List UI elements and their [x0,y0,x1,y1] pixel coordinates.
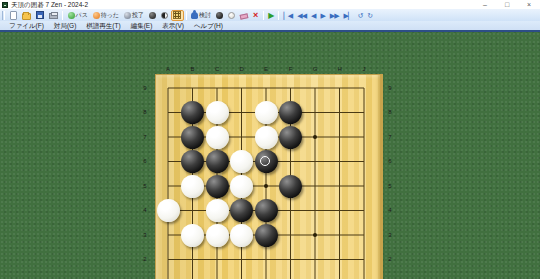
board-cell-G5[interactable] [303,174,328,199]
game-area: ABCDEFGHJ ABCDEFGHJ 987654321 987654321 … [0,32,540,279]
board-cell-J8[interactable] [352,100,377,125]
row-label-2: 2 [384,247,396,272]
board-cell-G7[interactable] [303,125,328,150]
board-cell-A8[interactable] [156,100,181,125]
board-cell-H4[interactable] [327,198,352,223]
row-label-4: 4 [139,198,151,223]
board-cell-D2[interactable] [229,247,254,272]
board-cell-A6[interactable] [156,149,181,174]
board-cell-E7[interactable]: ○ [254,125,279,150]
col-label-B: B [180,65,205,73]
row-label-3: 3 [139,223,151,248]
board-cell-F7[interactable]: ● [278,125,303,150]
menu-edit[interactable]: 編集(E) [126,21,158,30]
estimate-icon [161,12,168,19]
board-cell-J6[interactable] [352,149,377,174]
board-cell-D5[interactable]: ○ [229,174,254,199]
board-cell-E1[interactable] [254,272,279,279]
last-move-marker [260,156,270,166]
row-label-3: 3 [384,223,396,248]
board-cell-C8[interactable]: ○ [205,100,230,125]
board-cell-H8[interactable] [327,100,352,125]
black-stone-E6: ● [255,150,278,173]
rotate-right-icon: ↻ [367,11,372,20]
pass-button[interactable]: パス [65,10,90,21]
row-label-5: 5 [384,174,396,199]
board-cell-J2[interactable] [352,247,377,272]
board-cell-A4[interactable]: ○ [156,198,181,223]
toolbar-separator [186,11,187,20]
board-cell-B3[interactable]: ○ [180,223,205,248]
row-label-1: 1 [384,272,396,279]
board-cell-B5[interactable]: ○ [180,174,205,199]
open-file-icon [22,13,31,20]
analyze-button-label: 検討 [199,11,211,20]
board-cell-H3[interactable] [327,223,352,248]
save-file-icon [36,11,44,19]
white-stone-E8: ○ [255,101,278,124]
estimate-button[interactable] [159,10,171,21]
board-cell-J5[interactable] [352,174,377,199]
row-label-9: 9 [139,76,151,101]
black-stone-button[interactable] [214,10,226,21]
board-cell-G1[interactable] [303,272,328,279]
row-label-8: 8 [139,100,151,125]
board-cell-C6[interactable]: ● [205,149,230,174]
black-stone-D4: ● [230,199,253,222]
fast-forward-icon: ▶▶ [330,11,339,20]
analyze-icon [191,12,198,19]
board-cell-F5[interactable]: ● [278,174,303,199]
board-cell-B6[interactable]: ● [180,149,205,174]
board-cell-A1[interactable] [156,272,181,279]
col-label-F: F [278,65,303,73]
maximize-button[interactable]: □ [496,0,518,9]
last-move-button[interactable]: ▶▏ [341,10,355,21]
fast-back-icon: ◀◀ [297,11,306,20]
board-cell-C1[interactable] [205,272,230,279]
black-stone-B6: ● [181,150,204,173]
board-cell-A9[interactable] [156,76,181,101]
white-stone-B5: ○ [181,175,204,198]
new-game-button[interactable] [7,10,19,21]
board-cell-G9[interactable] [303,76,328,101]
first-move-button[interactable]: ▏◀ [281,10,295,21]
save-file-button[interactable] [33,10,46,21]
col-label-C: C [205,65,230,73]
board-mode-icon [173,11,181,19]
board-cell-B2[interactable] [180,247,205,272]
board-cell-E5[interactable] [254,174,279,199]
fast-forward-button[interactable]: ▶▶ [327,10,341,21]
row-label-1: 1 [139,272,151,279]
board-cell-C7[interactable]: ○ [205,125,230,150]
first-move-icon: ▏◀ [283,11,292,20]
white-stone-icon [228,12,235,19]
row-labels-right: 987654321 [384,76,396,279]
black-stone-B7: ● [181,126,204,149]
app-icon [2,2,8,8]
white-stone-D6: ○ [230,150,253,173]
back-icon: ◀ [311,11,315,20]
row-label-8: 8 [384,100,396,125]
window-controls: – □ × [474,0,540,9]
col-label-E: E [254,65,279,73]
hint-button[interactable] [147,10,159,21]
pass-icon [68,12,75,19]
white-stone-D5: ○ [230,175,253,198]
board-cell-J7[interactable] [352,125,377,150]
board-cell-F9[interactable] [278,76,303,101]
board-cell-E2[interactable] [254,247,279,272]
board-cell-A7[interactable] [156,125,181,150]
row-label-2: 2 [139,247,151,272]
eraser-icon [240,13,249,20]
rotate-left-button[interactable]: ↺ [355,10,365,21]
board-cell-J9[interactable] [352,76,377,101]
board-cell-F6[interactable] [278,149,303,174]
board-cell-C5[interactable]: ● [205,174,230,199]
white-stone-button[interactable] [226,10,238,21]
board-cell-E6[interactable]: ● [254,149,279,174]
row-label-7: 7 [139,125,151,150]
board-cell-D9[interactable] [229,76,254,101]
col-label-G: G [303,65,328,73]
toolbar-grip [2,11,5,20]
last-move-icon: ▶▏ [344,11,353,20]
row-label-6: 6 [384,149,396,174]
board-cell-G2[interactable] [303,247,328,272]
board-cell-H6[interactable] [327,149,352,174]
undo-button-label: 待った [101,11,119,20]
black-stone-E4: ● [255,199,278,222]
white-stone-C8: ○ [206,101,229,124]
board-cell-F2[interactable] [278,247,303,272]
rotate-right-button[interactable]: ↻ [365,10,375,21]
board-cell-F8[interactable]: ● [278,100,303,125]
board-cell-H2[interactable] [327,247,352,272]
board-cell-D6[interactable]: ○ [229,149,254,174]
board-cell-D7[interactable] [229,125,254,150]
black-stone-C5: ● [206,175,229,198]
board-cell-H1[interactable] [327,272,352,279]
new-game-icon [10,11,17,20]
eraser-button[interactable] [238,10,251,21]
board-cell-H5[interactable] [327,174,352,199]
analyze-button[interactable]: 検討 [189,10,214,21]
undo-button[interactable]: 待った [90,10,121,21]
undo-icon [93,12,100,19]
window-title: 天頂の囲碁 7 Zen - 2024-2 [11,0,88,9]
board-cell-J4[interactable] [352,198,377,223]
resign-icon [124,12,131,19]
menu-replay[interactable]: 棋譜再生(T) [81,21,125,30]
black-stone-icon [216,12,223,19]
black-stone-F5: ● [279,175,302,198]
col-label-D: D [229,65,254,73]
white-stone-E7: ○ [255,126,278,149]
row-label-6: 6 [139,149,151,174]
board-cells: ●○○●●○○●●●○●○●○●○○●●○○○● [156,76,377,279]
forward-button[interactable]: ▶ [318,10,327,21]
board-cell-F1[interactable] [278,272,303,279]
toolbar-separator [263,11,264,20]
board-cell-E8[interactable]: ○ [254,100,279,125]
play-button[interactable]: ▶ [266,10,276,21]
black-stone-F7: ● [279,126,302,149]
toolbar: パス待った投了検討×▶▏◀◀◀◀▶▶▶▶▏↺↻ [0,9,540,21]
row-label-7: 7 [384,125,396,150]
board-cell-C2[interactable] [205,247,230,272]
close-button[interactable]: × [518,0,540,9]
board-cell-B8[interactable]: ● [180,100,205,125]
board-cell-A3[interactable] [156,223,181,248]
col-label-H: H [327,65,352,73]
board-cell-H9[interactable] [327,76,352,101]
board-cell-F3[interactable] [278,223,303,248]
board-cell-B7[interactable]: ● [180,125,205,150]
board-cell-G6[interactable] [303,149,328,174]
board-cell-G8[interactable] [303,100,328,125]
app-window: 天頂の囲碁 7 Zen - 2024-2 – □ × パス待った投了検討×▶▏◀… [0,0,540,279]
menu-help[interactable]: ヘルプ(H) [189,21,228,30]
board-cell-C4[interactable]: ○ [205,198,230,223]
row-label-4: 4 [384,198,396,223]
black-stone-B8: ● [181,101,204,124]
board-cell-B4[interactable] [180,198,205,223]
board-cell-J1[interactable] [352,272,377,279]
menu-bar: ファイル(F)対局(G)棋譜再生(T)編集(E)表示(V)ヘルプ(H) [0,21,540,30]
board-cell-B9[interactable] [180,76,205,101]
black-stone-E3: ● [255,224,278,247]
col-label-A: A [156,65,181,73]
forward-icon: ▶ [320,11,324,20]
white-stone-C4: ○ [206,199,229,222]
black-stone-F8: ● [279,101,302,124]
board-cell-E9[interactable] [254,76,279,101]
menu-file[interactable]: ファイル(F) [4,21,49,30]
board-cell-C3[interactable]: ○ [205,223,230,248]
resign-button-label: 投了 [132,11,144,20]
board-cell-A5[interactable] [156,174,181,199]
row-label-5: 5 [139,174,151,199]
row-labels-left: 987654321 [139,76,151,279]
minimize-button[interactable]: – [474,0,496,9]
row-label-9: 9 [384,76,396,101]
white-stone-C7: ○ [206,126,229,149]
open-file-button[interactable] [19,10,33,21]
board-cell-D3[interactable]: ○ [229,223,254,248]
menu-view[interactable]: 表示(V) [157,21,189,30]
toolbar-separator [62,11,63,20]
board-cell-C9[interactable] [205,76,230,101]
play-icon: ▶ [268,11,273,20]
print-button[interactable] [46,10,60,21]
board-cell-A2[interactable] [156,247,181,272]
board-cell-D4[interactable]: ● [229,198,254,223]
board-cell-E3[interactable]: ● [254,223,279,248]
board-cell-F4[interactable] [278,198,303,223]
board-mode-button[interactable] [171,10,184,21]
board-cell-D8[interactable] [229,100,254,125]
delete-button[interactable]: × [251,10,261,21]
board-cell-G3[interactable] [303,223,328,248]
white-stone-A4: ○ [157,199,180,222]
board-cell-B1[interactable] [180,272,205,279]
board-cell-J3[interactable] [352,223,377,248]
board-cell-G4[interactable] [303,198,328,223]
white-stone-D3: ○ [230,224,253,247]
fast-back-button[interactable]: ◀◀ [295,10,309,21]
white-stone-B3: ○ [181,224,204,247]
board-cell-E4[interactable]: ● [254,198,279,223]
pass-button-label: パス [76,11,88,20]
title-bar: 天頂の囲碁 7 Zen - 2024-2 – □ × [0,0,540,9]
black-stone-C6: ● [206,150,229,173]
toolbar-separator [278,11,279,20]
column-labels-top: ABCDEFGHJ [156,65,377,73]
rotate-left-icon: ↺ [357,11,362,20]
menu-game[interactable]: 対局(G) [49,21,81,30]
board-cell-D1[interactable] [229,272,254,279]
col-label-J: J [352,65,377,73]
white-stone-C3: ○ [206,224,229,247]
hint-icon [149,12,156,19]
print-icon [49,13,58,19]
delete-icon: × [253,11,258,20]
resign-button[interactable]: 投了 [122,10,147,21]
back-button[interactable]: ◀ [309,10,318,21]
board-cell-H7[interactable] [327,125,352,150]
